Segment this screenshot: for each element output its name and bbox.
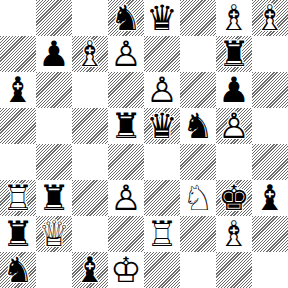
square-h7[interactable]: [252, 36, 288, 72]
square-b5[interactable]: [36, 108, 72, 144]
square-a6[interactable]: ♝♝: [0, 72, 36, 108]
piece-glyph: ♜: [2, 217, 33, 252]
piece-glyph: ♜: [110, 109, 141, 144]
square-b4[interactable]: [36, 144, 72, 180]
piece-glyph: ♙: [146, 73, 177, 108]
square-c2[interactable]: [72, 216, 108, 252]
black-bishop-a6: ♝♝: [0, 72, 36, 108]
black-rook-b3: ♜♜: [36, 180, 72, 216]
square-b6[interactable]: [36, 72, 72, 108]
square-d8[interactable]: ♞♞: [108, 0, 144, 36]
square-h3[interactable]: ♝♝: [252, 180, 288, 216]
square-d7[interactable]: ♟♙: [108, 36, 144, 72]
white-king-d1: ♚♔: [108, 252, 144, 288]
white-bishop-c7: ♝♗: [72, 36, 108, 72]
square-c3[interactable]: [72, 180, 108, 216]
piece-glyph: ♜: [218, 37, 249, 72]
piece-glyph: ♞: [110, 1, 141, 36]
piece-glyph: ♝: [2, 73, 33, 108]
square-g5[interactable]: ♟♙: [216, 108, 252, 144]
square-c5[interactable]: [72, 108, 108, 144]
piece-glyph: ♙: [218, 109, 249, 144]
white-pawn-g5: ♟♙: [216, 108, 252, 144]
square-g6[interactable]: ♟♟: [216, 72, 252, 108]
piece-glyph: ♞: [2, 253, 33, 288]
square-b3[interactable]: ♜♜: [36, 180, 72, 216]
square-a5[interactable]: [0, 108, 36, 144]
piece-glyph: ♝: [74, 253, 105, 288]
black-knight-f5: ♞♞: [180, 108, 216, 144]
square-f3[interactable]: ♞♘: [180, 180, 216, 216]
square-d1[interactable]: ♚♔: [108, 252, 144, 288]
black-rook-g7: ♜♜: [216, 36, 252, 72]
square-e3[interactable]: [144, 180, 180, 216]
square-d3[interactable]: ♟♙: [108, 180, 144, 216]
white-bishop-g8: ♝♗: [216, 0, 252, 36]
piece-glyph: ♝: [254, 181, 285, 216]
piece-glyph: ♟: [38, 37, 69, 72]
black-queen-e8: ♛♛: [144, 0, 180, 36]
piece-glyph: ♗: [218, 217, 249, 252]
piece-glyph: ♟: [218, 73, 249, 108]
piece-glyph: ♖: [2, 181, 33, 216]
piece-glyph: ♛: [146, 109, 177, 144]
square-g2[interactable]: ♝♗: [216, 216, 252, 252]
square-g8[interactable]: ♝♗: [216, 0, 252, 36]
square-c1[interactable]: ♝♝: [72, 252, 108, 288]
piece-glyph: ♙: [110, 181, 141, 216]
black-king-g3: ♚♚: [216, 180, 252, 216]
black-rook-d5: ♜♜: [108, 108, 144, 144]
black-pawn-g6: ♟♟: [216, 72, 252, 108]
square-c4[interactable]: [72, 144, 108, 180]
square-g3[interactable]: ♚♚: [216, 180, 252, 216]
white-rook-e2: ♜♖: [144, 216, 180, 252]
square-e1[interactable]: [144, 252, 180, 288]
white-bishop-g2: ♝♗: [216, 216, 252, 252]
square-h2[interactable]: [252, 216, 288, 252]
piece-glyph: ♗: [218, 1, 249, 36]
piece-glyph: ♗: [254, 1, 285, 36]
black-queen-e5: ♛♛: [144, 108, 180, 144]
piece-glyph: ♞: [182, 109, 213, 144]
white-pawn-d7: ♟♙: [108, 36, 144, 72]
square-f6[interactable]: [180, 72, 216, 108]
square-b8[interactable]: [36, 0, 72, 36]
square-e4[interactable]: [144, 144, 180, 180]
square-c6[interactable]: [72, 72, 108, 108]
white-pawn-e6: ♟♙: [144, 72, 180, 108]
piece-glyph: ♔: [110, 253, 141, 288]
square-a2[interactable]: ♜♜: [0, 216, 36, 252]
white-queen-b2: ♛♕: [36, 216, 72, 252]
square-a3[interactable]: ♜♖: [0, 180, 36, 216]
square-e8[interactable]: ♛♛: [144, 0, 180, 36]
square-f4[interactable]: [180, 144, 216, 180]
square-h8[interactable]: ♝♗: [252, 0, 288, 36]
piece-glyph: ♖: [146, 217, 177, 252]
square-e7[interactable]: [144, 36, 180, 72]
square-f8[interactable]: [180, 0, 216, 36]
square-c8[interactable]: [72, 0, 108, 36]
square-e6[interactable]: ♟♙: [144, 72, 180, 108]
white-pawn-d3: ♟♙: [108, 180, 144, 216]
square-h5[interactable]: [252, 108, 288, 144]
square-g7[interactable]: ♜♜: [216, 36, 252, 72]
piece-glyph: ♛: [146, 1, 177, 36]
piece-glyph: ♙: [110, 37, 141, 72]
square-e5[interactable]: ♛♛: [144, 108, 180, 144]
square-b7[interactable]: ♟♟: [36, 36, 72, 72]
square-a7[interactable]: [0, 36, 36, 72]
square-a1[interactable]: ♞♞: [0, 252, 36, 288]
square-h4[interactable]: [252, 144, 288, 180]
piece-glyph: ♗: [74, 37, 105, 72]
chess-board: ♞♞♛♛♝♗♝♗♟♟♝♗♟♙♜♜♝♝♟♙♟♟♜♜♛♛♞♞♟♙♜♖♜♜♟♙♞♘♚♚…: [0, 0, 288, 288]
square-d6[interactable]: [108, 72, 144, 108]
black-pawn-b7: ♟♟: [36, 36, 72, 72]
square-d4[interactable]: [108, 144, 144, 180]
square-e2[interactable]: ♜♖: [144, 216, 180, 252]
square-h6[interactable]: [252, 72, 288, 108]
square-f2[interactable]: [180, 216, 216, 252]
piece-glyph: ♚: [218, 181, 249, 216]
piece-glyph: ♕: [38, 217, 69, 252]
square-f1[interactable]: [180, 252, 216, 288]
square-h1[interactable]: [252, 252, 288, 288]
square-a8[interactable]: [0, 0, 36, 36]
white-knight-f3: ♞♘: [180, 180, 216, 216]
square-d5[interactable]: ♜♜: [108, 108, 144, 144]
black-bishop-c1: ♝♝: [72, 252, 108, 288]
piece-glyph: ♘: [182, 181, 213, 216]
square-d2[interactable]: [108, 216, 144, 252]
piece-glyph: ♜: [38, 181, 69, 216]
square-a4[interactable]: [0, 144, 36, 180]
black-knight-d8: ♞♞: [108, 0, 144, 36]
black-rook-a2: ♜♜: [0, 216, 36, 252]
black-knight-a1: ♞♞: [0, 252, 36, 288]
square-g4[interactable]: [216, 144, 252, 180]
square-c7[interactable]: ♝♗: [72, 36, 108, 72]
square-b1[interactable]: [36, 252, 72, 288]
square-g1[interactable]: [216, 252, 252, 288]
square-f5[interactable]: ♞♞: [180, 108, 216, 144]
black-bishop-h3: ♝♝: [252, 180, 288, 216]
white-bishop-h8: ♝♗: [252, 0, 288, 36]
square-b2[interactable]: ♛♕: [36, 216, 72, 252]
white-rook-a3: ♜♖: [0, 180, 36, 216]
square-f7[interactable]: [180, 36, 216, 72]
